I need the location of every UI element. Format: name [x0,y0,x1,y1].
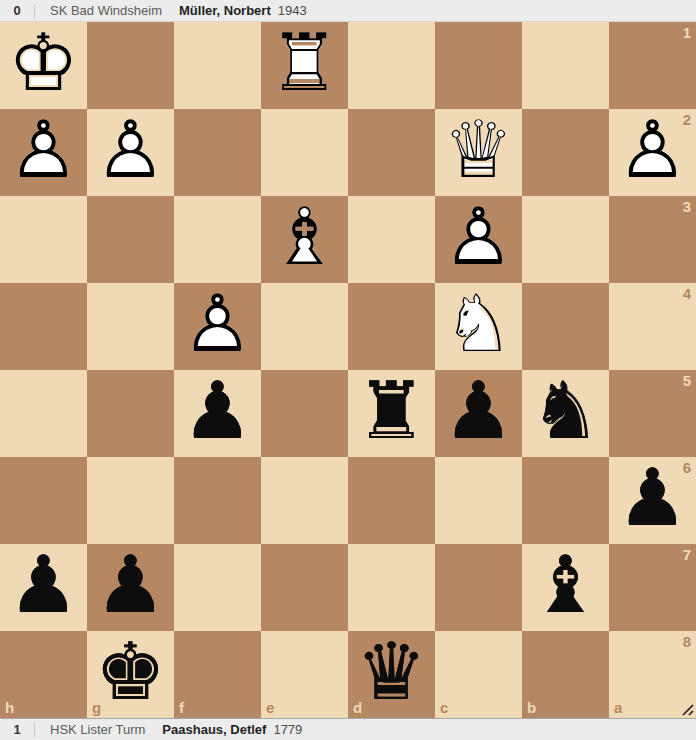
black-pawn-outline: ♙ [435,370,522,457]
black-pawn[interactable]: ♟♙ [609,457,696,544]
square-d8[interactable]: ♛♕d [348,631,435,718]
top-bar-separator [34,4,35,18]
square-g1[interactable] [87,22,174,109]
square-a7[interactable]: 7 [609,544,696,631]
square-e4[interactable] [261,283,348,370]
square-e5[interactable] [261,370,348,457]
square-d4[interactable] [348,283,435,370]
white-king-outline: ♔ [0,22,87,109]
white-rook-outline: ♖ [261,22,348,109]
square-d2[interactable] [348,109,435,196]
file-label-f: f [179,700,184,715]
square-h1[interactable]: ♚♔ [0,22,87,109]
square-b5[interactable]: ♞♘ [522,370,609,457]
black-king[interactable]: ♚♔ [87,631,174,718]
square-c2[interactable]: ♛♕ [435,109,522,196]
square-h3[interactable] [0,196,87,283]
square-c1[interactable] [435,22,522,109]
square-g8[interactable]: ♚♔g [87,631,174,718]
square-d6[interactable] [348,457,435,544]
square-h8[interactable]: h [0,631,87,718]
square-c5[interactable]: ♟♙ [435,370,522,457]
black-pawn-outline: ♙ [87,544,174,631]
black-rook[interactable]: ♜♖ [348,370,435,457]
white-pawn-outline: ♙ [435,196,522,283]
square-b2[interactable] [522,109,609,196]
square-e7[interactable] [261,544,348,631]
white-pawn-outline: ♙ [174,283,261,370]
black-pawn-outline: ♙ [609,457,696,544]
square-b1[interactable] [522,22,609,109]
white-bishop[interactable]: ♝♗ [261,196,348,283]
white-pawn[interactable]: ♟♙ [435,196,522,283]
file-label-b: b [527,700,536,715]
rank-label-7: 7 [683,547,691,562]
square-f3[interactable] [174,196,261,283]
board-resize-handle[interactable] [681,703,695,717]
square-g4[interactable] [87,283,174,370]
square-e8[interactable]: e [261,631,348,718]
square-f8[interactable]: f [174,631,261,718]
square-h6[interactable] [0,457,87,544]
square-g2[interactable]: ♟♙ [87,109,174,196]
top-player-rating: 1943 [278,3,307,18]
white-king[interactable]: ♚♔ [0,22,87,109]
file-label-e: e [266,700,274,715]
bottom-board-number: 1 [0,722,34,737]
square-a8[interactable]: 8a [609,631,696,718]
black-pawn[interactable]: ♟♙ [435,370,522,457]
white-knight-outline: ♘ [435,283,522,370]
top-team-name: SK Bad Windsheim [50,3,162,18]
bottom-player-name: Paashaus, Detlef [162,722,266,737]
white-pawn[interactable]: ♟♙ [87,109,174,196]
square-e2[interactable] [261,109,348,196]
square-e6[interactable] [261,457,348,544]
black-pawn[interactable]: ♟♙ [87,544,174,631]
square-a3[interactable]: 3 [609,196,696,283]
black-rook-outline: ♖ [348,370,435,457]
white-pawn-outline: ♙ [87,109,174,196]
square-a6[interactable]: ♟♙6 [609,457,696,544]
square-d7[interactable] [348,544,435,631]
black-pawn[interactable]: ♟♙ [174,370,261,457]
rank-label-4: 4 [683,286,691,301]
white-bishop-outline: ♗ [261,196,348,283]
rank-label-1: 1 [683,25,691,40]
white-pawn-outline: ♙ [609,109,696,196]
square-g3[interactable] [87,196,174,283]
black-bishop[interactable]: ♝♗ [522,544,609,631]
black-pawn-outline: ♙ [174,370,261,457]
black-knight[interactable]: ♞♘ [522,370,609,457]
square-a5[interactable]: 5 [609,370,696,457]
square-f4[interactable]: ♟♙ [174,283,261,370]
file-label-c: c [440,700,448,715]
white-knight[interactable]: ♞♘ [435,283,522,370]
square-h7[interactable]: ♟♙ [0,544,87,631]
square-d1[interactable] [348,22,435,109]
square-f1[interactable] [174,22,261,109]
square-e1[interactable]: ♜♖ [261,22,348,109]
square-h5[interactable] [0,370,87,457]
square-f7[interactable] [174,544,261,631]
black-pawn[interactable]: ♟♙ [0,544,87,631]
square-c8[interactable]: c [435,631,522,718]
square-c4[interactable]: ♞♘ [435,283,522,370]
white-pawn[interactable]: ♟♙ [0,109,87,196]
square-g7[interactable]: ♟♙ [87,544,174,631]
top-board-number: 0 [0,3,34,18]
file-label-h: h [5,700,14,715]
square-f5[interactable]: ♟♙ [174,370,261,457]
top-player-name: Müller, Norbert [179,3,271,18]
white-pawn[interactable]: ♟♙ [609,109,696,196]
white-pawn[interactable]: ♟♙ [174,283,261,370]
rank-label-5: 5 [683,373,691,388]
square-h2[interactable]: ♟♙ [0,109,87,196]
square-c7[interactable] [435,544,522,631]
square-b6[interactable] [522,457,609,544]
square-f6[interactable] [174,457,261,544]
square-d5[interactable]: ♜♖ [348,370,435,457]
top-team-bar: 0 SK Bad Windsheim Müller, Norbert 1943 [0,0,696,22]
black-queen-outline: ♕ [348,631,435,718]
bottom-team-bar: 1 HSK Lister Turm Paashaus, Detlef 1779 [0,718,696,740]
square-a1[interactable]: 1 [609,22,696,109]
rank-label-8: 8 [683,634,691,649]
white-pawn-outline: ♙ [0,109,87,196]
black-queen[interactable]: ♛♕ [348,631,435,718]
black-knight-outline: ♘ [522,370,609,457]
square-a2[interactable]: ♟♙2 [609,109,696,196]
rank-label-3: 3 [683,199,691,214]
bottom-team-name: HSK Lister Turm [50,722,145,737]
square-f2[interactable] [174,109,261,196]
bottom-bar-separator [34,723,35,737]
file-label-a: a [614,700,622,715]
square-g6[interactable] [87,457,174,544]
square-e3[interactable]: ♝♗ [261,196,348,283]
square-d3[interactable] [348,196,435,283]
square-a4[interactable]: 4 [609,283,696,370]
square-b8[interactable]: b [522,631,609,718]
chess-board: ♚♔♜♖1♟♙♟♙♛♕♟♙2♝♗♟♙3♟♙♞♘4♟♙♜♖♟♙♞♘5♟♙6♟♙♟♙… [0,22,696,718]
square-c6[interactable] [435,457,522,544]
black-king-outline: ♔ [87,631,174,718]
square-h4[interactable] [0,283,87,370]
white-rook[interactable]: ♜♖ [261,22,348,109]
square-g5[interactable] [87,370,174,457]
white-queen-outline: ♕ [435,109,522,196]
black-pawn-outline: ♙ [0,544,87,631]
square-b4[interactable] [522,283,609,370]
bottom-player-rating: 1779 [273,722,302,737]
square-b7[interactable]: ♝♗ [522,544,609,631]
white-queen[interactable]: ♛♕ [435,109,522,196]
black-bishop-outline: ♗ [522,544,609,631]
square-b3[interactable] [522,196,609,283]
square-c3[interactable]: ♟♙ [435,196,522,283]
